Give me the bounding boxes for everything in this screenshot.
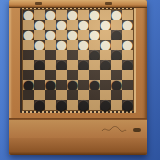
hinge-icon bbox=[105, 2, 112, 5]
board-square-r2c2[interactable]: ● bbox=[34, 20, 45, 30]
board-square-r10c3[interactable] bbox=[45, 100, 56, 110]
checker-piece-black[interactable]: ● bbox=[23, 80, 34, 90]
board-square-r5c7[interactable]: ● bbox=[89, 50, 100, 60]
box-front bbox=[9, 138, 147, 155]
checker-piece-white[interactable]: ● bbox=[56, 40, 67, 50]
latch-icon bbox=[133, 128, 141, 132]
checker-piece-white[interactable]: ● bbox=[67, 30, 78, 40]
board-square-r4c4[interactable]: ● bbox=[56, 40, 67, 50]
board-square-r8c4[interactable] bbox=[56, 80, 67, 90]
checker-piece-black[interactable]: ● bbox=[122, 100, 133, 110]
board-square-r4c8[interactable]: ● bbox=[100, 40, 111, 50]
checker-piece-black[interactable]: ● bbox=[45, 80, 56, 90]
checker-piece-black[interactable]: ● bbox=[67, 80, 78, 90]
hinge-icon bbox=[35, 2, 42, 5]
board-square-r6c3[interactable] bbox=[45, 60, 56, 70]
board-square-r8c7[interactable]: ● bbox=[89, 80, 100, 90]
board-square-r3c7[interactable]: ● bbox=[89, 30, 100, 40]
board-grid: ●●●●●●●●●●●●●●●●●●●●●●●●●●●●●●●●●●●●● bbox=[23, 10, 133, 110]
checker-piece-black[interactable]: ● bbox=[34, 100, 45, 110]
board-square-r7c6[interactable] bbox=[78, 70, 89, 80]
board-square-r10c6[interactable]: ● bbox=[78, 100, 89, 110]
board-square-r8c3[interactable]: ● bbox=[45, 80, 56, 90]
board-square-r10c9[interactable] bbox=[111, 100, 122, 110]
checker-piece-black[interactable]: ● bbox=[111, 30, 122, 40]
board-square-r10c1[interactable] bbox=[23, 100, 34, 110]
board-square-r10c5[interactable] bbox=[67, 100, 78, 110]
board-square-r5c1[interactable] bbox=[23, 50, 34, 60]
checker-piece-black[interactable]: ● bbox=[34, 60, 45, 70]
board-square-r3c1[interactable]: ● bbox=[23, 30, 34, 40]
board-square-r4c5[interactable] bbox=[67, 40, 78, 50]
checker-piece-white[interactable]: ● bbox=[122, 20, 133, 30]
draughts-board: ●●●●●●●●●●●●●●●●●●●●●●●●●●●●●●●●●●●●● bbox=[9, 0, 147, 155]
board-square-r9c9[interactable] bbox=[111, 90, 122, 100]
board-square-r8c6[interactable] bbox=[78, 80, 89, 90]
board-square-r8c5[interactable]: ● bbox=[67, 80, 78, 90]
signature-mark bbox=[101, 124, 127, 134]
checker-piece-black[interactable]: ● bbox=[56, 100, 67, 110]
board-square-r2c10[interactable]: ● bbox=[122, 20, 133, 30]
board-square-r1c5[interactable]: ● bbox=[67, 10, 78, 20]
checker-piece-black[interactable]: ● bbox=[56, 60, 67, 70]
checker-piece-white[interactable]: ● bbox=[45, 30, 56, 40]
checker-piece-black[interactable]: ● bbox=[111, 50, 122, 60]
checker-piece-white[interactable]: ● bbox=[23, 10, 34, 20]
checker-piece-black[interactable]: ● bbox=[89, 50, 100, 60]
board-square-r3c3[interactable]: ● bbox=[45, 30, 56, 40]
checker-piece-white[interactable]: ● bbox=[45, 10, 56, 20]
checker-piece-white[interactable]: ● bbox=[34, 20, 45, 30]
board-square-r8c9[interactable]: ● bbox=[111, 80, 122, 90]
board-square-r8c10[interactable] bbox=[122, 80, 133, 90]
board-square-r8c1[interactable]: ● bbox=[23, 80, 34, 90]
board-square-r6c1[interactable] bbox=[23, 60, 34, 70]
board-square-r9c3[interactable] bbox=[45, 90, 56, 100]
board-square-r5c3[interactable] bbox=[45, 50, 56, 60]
board-square-r5c5[interactable] bbox=[67, 50, 78, 60]
checker-piece-white[interactable]: ● bbox=[23, 30, 34, 40]
board-square-r7c2[interactable] bbox=[34, 70, 45, 80]
checker-piece-black[interactable]: ● bbox=[100, 100, 111, 110]
board-square-r3c9[interactable]: ● bbox=[111, 30, 122, 40]
checker-piece-black[interactable]: ● bbox=[100, 60, 111, 70]
checker-piece-white[interactable]: ● bbox=[89, 10, 100, 20]
board-square-r7c10[interactable] bbox=[122, 70, 133, 80]
checker-piece-black[interactable]: ● bbox=[122, 60, 133, 70]
checker-piece-white[interactable]: ● bbox=[100, 40, 111, 50]
board-square-r6c4[interactable]: ● bbox=[56, 60, 67, 70]
board-square-r6c9[interactable] bbox=[111, 60, 122, 70]
checker-piece-white[interactable]: ● bbox=[56, 20, 67, 30]
checker-piece-white[interactable]: ● bbox=[89, 30, 100, 40]
checker-piece-black[interactable]: ● bbox=[111, 80, 122, 90]
board-square-r6c7[interactable] bbox=[89, 60, 100, 70]
board-square-r6c10[interactable]: ● bbox=[122, 60, 133, 70]
checker-piece-white[interactable]: ● bbox=[78, 20, 89, 30]
board-square-r3c5[interactable]: ● bbox=[67, 30, 78, 40]
board-square-r10c4[interactable]: ● bbox=[56, 100, 67, 110]
checker-piece-white[interactable]: ● bbox=[100, 20, 111, 30]
board-square-r9c7[interactable] bbox=[89, 90, 100, 100]
board-square-r10c8[interactable]: ● bbox=[100, 100, 111, 110]
board-square-r8c8[interactable] bbox=[100, 80, 111, 90]
board-square-r10c7[interactable] bbox=[89, 100, 100, 110]
board-square-r2c8[interactable]: ● bbox=[100, 20, 111, 30]
board-square-r1c1[interactable]: ● bbox=[23, 10, 34, 20]
checker-piece-white[interactable]: ● bbox=[122, 40, 133, 50]
board-square-r6c6[interactable]: ● bbox=[78, 60, 89, 70]
board-square-r6c8[interactable]: ● bbox=[100, 60, 111, 70]
checker-piece-white[interactable]: ● bbox=[34, 40, 45, 50]
board-square-r4c6[interactable]: ● bbox=[78, 40, 89, 50]
board-square-r7c8[interactable] bbox=[100, 70, 111, 80]
board-square-r1c7[interactable]: ● bbox=[89, 10, 100, 20]
board-square-r7c4[interactable] bbox=[56, 70, 67, 80]
board-square-r2c4[interactable]: ● bbox=[56, 20, 67, 30]
board-square-r6c2[interactable]: ● bbox=[34, 60, 45, 70]
board-square-r1c9[interactable]: ● bbox=[111, 10, 122, 20]
board-square-r10c10[interactable]: ● bbox=[122, 100, 133, 110]
board-square-r4c1[interactable] bbox=[23, 40, 34, 50]
checker-piece-black[interactable]: ● bbox=[89, 80, 100, 90]
checker-piece-black[interactable]: ● bbox=[78, 60, 89, 70]
checker-piece-white[interactable]: ● bbox=[78, 40, 89, 50]
checker-piece-white[interactable]: ● bbox=[111, 10, 122, 20]
board-square-r9c1[interactable] bbox=[23, 90, 34, 100]
board-square-r5c9[interactable]: ● bbox=[111, 50, 122, 60]
board-square-r2c6[interactable]: ● bbox=[78, 20, 89, 30]
checker-piece-black[interactable]: ● bbox=[78, 100, 89, 110]
scene: ●●●●●●●●●●●●●●●●●●●●●●●●●●●●●●●●●●●●● bbox=[0, 0, 160, 160]
board-square-r9c5[interactable] bbox=[67, 90, 78, 100]
board-square-r6c5[interactable] bbox=[67, 60, 78, 70]
board-square-r4c2[interactable]: ● bbox=[34, 40, 45, 50]
board-square-r8c2[interactable] bbox=[34, 80, 45, 90]
board-square-r4c3[interactable] bbox=[45, 40, 56, 50]
board-square-r4c10[interactable]: ● bbox=[122, 40, 133, 50]
board-square-r10c2[interactable]: ● bbox=[34, 100, 45, 110]
board-square-r1c3[interactable]: ● bbox=[45, 10, 56, 20]
checker-piece-white[interactable]: ● bbox=[67, 10, 78, 20]
